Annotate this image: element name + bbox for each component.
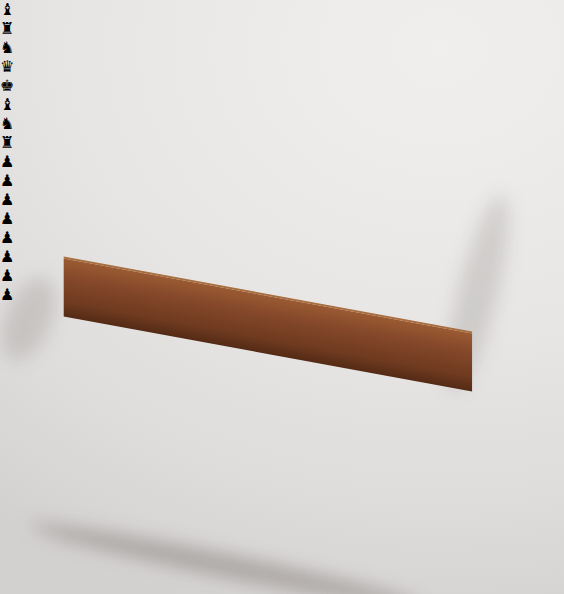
drawer-compartment-back-3: ♞ bbox=[0, 38, 14, 57]
stored-light-knight[interactable]: ♞ bbox=[0, 114, 14, 133]
drawer-compartment-front-7: ♟ bbox=[0, 266, 14, 285]
drawer-compartment-back-2: ♜ bbox=[0, 19, 14, 38]
drawer-compartment-front-5: ♟ bbox=[0, 228, 14, 247]
stored-light-pawn[interactable]: ♟ bbox=[0, 247, 14, 266]
drawer-compartment-front-8: ♟ bbox=[0, 285, 14, 304]
drawer-compartment-front-6: ♟ bbox=[0, 247, 14, 266]
drawer-compartment-back-8: ♜ bbox=[0, 133, 14, 152]
drawer-compartment-front-3: ♟ bbox=[0, 190, 14, 209]
stored-light-pawn[interactable]: ♟ bbox=[0, 171, 14, 190]
drawer-compartments: ♝♜♞♛♚♝♞♜♟♟♟♟♟♟♟♟ bbox=[0, 0, 14, 304]
stored-light-pawn[interactable]: ♟ bbox=[0, 190, 14, 209]
drawer-compartment-back-4: ♛ bbox=[0, 57, 14, 76]
stored-light-pawn[interactable]: ♟ bbox=[0, 266, 14, 285]
drawer-compartment-front-1: ♟ bbox=[0, 152, 14, 171]
drawer-compartment-front-2: ♟ bbox=[0, 171, 14, 190]
drawer-compartment-back-7: ♞ bbox=[0, 114, 14, 133]
stored-light-pawn[interactable]: ♟ bbox=[0, 228, 14, 247]
photo-stage: Wooden chess box with inlaid board and p… bbox=[0, 0, 564, 594]
stored-light-bishop[interactable]: ♝ bbox=[0, 95, 14, 114]
drawer-compartment-front-4: ♟ bbox=[0, 209, 14, 228]
stored-light-pawn[interactable]: ♟ bbox=[0, 209, 14, 228]
drawer-compartment-back-1: ♝ bbox=[0, 0, 14, 19]
stored-light-knight[interactable]: ♞ bbox=[0, 38, 14, 57]
stored-light-rook[interactable]: ♜ bbox=[0, 19, 14, 38]
stored-light-pawn[interactable]: ♟ bbox=[0, 152, 14, 171]
stored-light-pawn[interactable]: ♟ bbox=[0, 285, 14, 304]
stored-light-rook[interactable]: ♜ bbox=[0, 133, 14, 152]
stored-light-queen[interactable]: ♛ bbox=[0, 57, 14, 76]
stored-light-king[interactable]: ♚ bbox=[0, 76, 14, 95]
drawer-compartment-back-5: ♚ bbox=[0, 76, 14, 95]
stored-light-bishop[interactable]: ♝ bbox=[0, 0, 14, 19]
inlay-border-right bbox=[0, 372, 564, 594]
drawer-compartment-back-6: ♝ bbox=[0, 95, 14, 114]
